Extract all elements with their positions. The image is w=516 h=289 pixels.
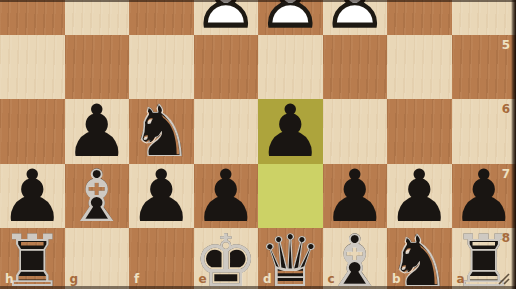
square-d4[interactable]: ♟♙ [258, 0, 323, 35]
square-b8[interactable]: ♞♘b [387, 228, 452, 289]
file-label-e: e [199, 272, 207, 286]
black-pawn[interactable]: ♟ [323, 164, 388, 229]
file-label-d: d [263, 272, 272, 286]
rank-label-7: 7 [502, 167, 510, 181]
square-a7[interactable]: ♟7 [452, 164, 516, 229]
chess-board-screenshot: ♟♙♟♙♟♙5♟♞♘♟6♟♝♗♟♟♟♟♟7♜♖hgf♚♔e♛♕d♝♗c♞♘b♜♖… [0, 0, 516, 289]
square-c4[interactable]: ♟♙ [323, 0, 388, 35]
black-bishop[interactable]: ♝♗ [65, 164, 130, 229]
square-h5[interactable] [0, 35, 65, 100]
file-label-f: f [134, 272, 139, 286]
square-g8[interactable]: g [65, 228, 130, 289]
square-h6[interactable] [0, 99, 65, 164]
rank-label-6: 6 [502, 102, 510, 116]
square-e8[interactable]: ♚♔e [194, 228, 259, 289]
file-label-a: a [457, 272, 465, 286]
square-c7[interactable]: ♟ [323, 164, 388, 229]
chess-board: ♟♙♟♙♟♙5♟♞♘♟6♟♝♗♟♟♟♟♟7♜♖hgf♚♔e♛♕d♝♗c♞♘b♜♖… [0, 0, 516, 289]
square-g5[interactable] [65, 35, 130, 100]
square-h8[interactable]: ♜♖h [0, 228, 65, 289]
square-c6[interactable] [323, 99, 388, 164]
square-a4[interactable] [452, 0, 516, 35]
square-f6[interactable]: ♞♘ [129, 99, 194, 164]
square-b6[interactable] [387, 99, 452, 164]
file-label-b: b [392, 272, 401, 286]
square-e7[interactable]: ♟ [194, 164, 259, 229]
square-f5[interactable] [129, 35, 194, 100]
square-f4[interactable] [129, 0, 194, 35]
square-g6[interactable]: ♟ [65, 99, 130, 164]
square-g7[interactable]: ♝♗ [65, 164, 130, 229]
square-d6[interactable]: ♟ [258, 99, 323, 164]
square-d5[interactable] [258, 35, 323, 100]
square-h7[interactable]: ♟ [0, 164, 65, 229]
square-e5[interactable] [194, 35, 259, 100]
white-pawn[interactable]: ♟♙ [323, 0, 388, 35]
square-e6[interactable] [194, 99, 259, 164]
file-label-h: h [5, 272, 14, 286]
black-pawn[interactable]: ♟ [0, 164, 65, 229]
square-c5[interactable] [323, 35, 388, 100]
square-c8[interactable]: ♝♗c [323, 228, 388, 289]
black-pawn[interactable]: ♟ [194, 164, 259, 229]
square-b4[interactable] [387, 0, 452, 35]
square-h4[interactable] [0, 0, 65, 35]
square-b7[interactable]: ♟ [387, 164, 452, 229]
square-a6[interactable]: 6 [452, 99, 516, 164]
rank-label-8: 8 [502, 231, 510, 245]
square-b5[interactable] [387, 35, 452, 100]
file-label-g: g [70, 272, 79, 286]
black-pawn[interactable]: ♟ [65, 99, 130, 164]
white-pawn[interactable]: ♟♙ [194, 0, 259, 35]
square-d7[interactable] [258, 164, 323, 229]
board-resize-handle[interactable] [497, 272, 510, 285]
square-a5[interactable]: 5 [452, 35, 516, 100]
rank-label-5: 5 [502, 38, 510, 52]
square-d8[interactable]: ♛♕d [258, 228, 323, 289]
black-pawn[interactable]: ♟ [387, 164, 452, 229]
square-f8[interactable]: f [129, 228, 194, 289]
square-f7[interactable]: ♟ [129, 164, 194, 229]
black-knight[interactable]: ♞♘ [129, 99, 194, 164]
black-pawn[interactable]: ♟ [129, 164, 194, 229]
black-pawn[interactable]: ♟ [258, 99, 323, 164]
file-label-c: c [328, 272, 335, 286]
square-g4[interactable] [65, 0, 130, 35]
square-e4[interactable]: ♟♙ [194, 0, 259, 35]
white-pawn[interactable]: ♟♙ [258, 0, 323, 35]
